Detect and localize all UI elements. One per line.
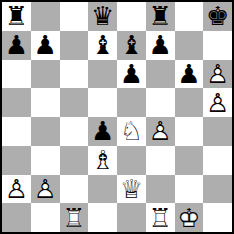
square-c6[interactable]: [60, 60, 89, 89]
square-b5[interactable]: [31, 88, 60, 117]
piece-wp-b2: ♟♙: [31, 175, 59, 203]
square-g3[interactable]: [175, 146, 204, 175]
piece-wp-h5: ♟♙: [204, 89, 232, 117]
square-c5[interactable]: [60, 88, 89, 117]
square-g4[interactable]: [175, 117, 204, 146]
square-f4[interactable]: ♟♙: [146, 117, 175, 146]
piece-wp-h6: ♟♙: [204, 60, 232, 88]
piece-bb-e7: ♝: [117, 31, 145, 59]
piece-bp-d4: ♟: [89, 117, 117, 145]
square-h4[interactable]: [203, 117, 232, 146]
square-h8[interactable]: ♚: [203, 2, 232, 31]
white-piece-outline: ♗: [89, 146, 117, 174]
square-d1[interactable]: [88, 203, 117, 232]
square-a1[interactable]: [2, 203, 31, 232]
piece-br-f8: ♜: [146, 2, 174, 30]
black-piece-glyph: ♟: [146, 31, 174, 59]
square-c7[interactable]: [60, 31, 89, 60]
white-piece-outline: ♖: [60, 204, 88, 232]
white-piece-outline: ♘: [117, 117, 145, 145]
white-piece-outline: ♖: [146, 204, 174, 232]
square-b3[interactable]: [31, 146, 60, 175]
black-piece-glyph: ♟: [2, 31, 30, 59]
square-g6[interactable]: ♟: [175, 60, 204, 89]
square-h3[interactable]: [203, 146, 232, 175]
square-a7[interactable]: ♟: [2, 31, 31, 60]
square-f6[interactable]: [146, 60, 175, 89]
square-f2[interactable]: [146, 175, 175, 204]
black-piece-glyph: ♜: [2, 2, 30, 30]
white-piece-outline: ♔: [175, 204, 203, 232]
square-f8[interactable]: ♜: [146, 2, 175, 31]
chessboard-diagram: ♜♛♜♚♟♟♝♝♟♟♟♟♙♟♙♟♞♘♟♙♝♗♟♙♟♙♛♕♜♖♜♖♚♔: [0, 0, 234, 234]
piece-br-a8: ♜: [2, 2, 30, 30]
square-g7[interactable]: [175, 31, 204, 60]
square-e3[interactable]: [117, 146, 146, 175]
square-d5[interactable]: [88, 88, 117, 117]
square-f7[interactable]: ♟: [146, 31, 175, 60]
square-f3[interactable]: [146, 146, 175, 175]
square-e1[interactable]: [117, 203, 146, 232]
piece-wr-f1: ♜♖: [146, 204, 174, 232]
square-a2[interactable]: ♟♙: [2, 175, 31, 204]
piece-wq-e2: ♛♕: [117, 175, 145, 203]
square-d7[interactable]: ♝: [88, 31, 117, 60]
white-piece-outline: ♕: [117, 175, 145, 203]
black-piece-glyph: ♛: [89, 2, 117, 30]
square-h6[interactable]: ♟♙: [203, 60, 232, 89]
piece-bp-b7: ♟: [31, 31, 59, 59]
piece-bp-g6: ♟: [175, 60, 203, 88]
square-b7[interactable]: ♟: [31, 31, 60, 60]
square-e6[interactable]: ♟: [117, 60, 146, 89]
square-f5[interactable]: [146, 88, 175, 117]
white-piece-outline: ♙: [2, 175, 30, 203]
square-h7[interactable]: [203, 31, 232, 60]
white-piece-outline: ♙: [204, 89, 232, 117]
square-d4[interactable]: ♟: [88, 117, 117, 146]
square-g8[interactable]: [175, 2, 204, 31]
piece-bp-a7: ♟: [2, 31, 30, 59]
piece-bq-d8: ♛: [89, 2, 117, 30]
square-e5[interactable]: [117, 88, 146, 117]
piece-wn-e4: ♞♘: [117, 117, 145, 145]
piece-bk-h8: ♚: [204, 2, 232, 30]
white-piece-outline: ♙: [204, 60, 232, 88]
square-h1[interactable]: [203, 203, 232, 232]
piece-wb-d3: ♝♗: [89, 146, 117, 174]
square-c1[interactable]: ♜♖: [60, 203, 89, 232]
square-c8[interactable]: [60, 2, 89, 31]
square-a6[interactable]: [2, 60, 31, 89]
square-d3[interactable]: ♝♗: [88, 146, 117, 175]
black-piece-glyph: ♟: [89, 117, 117, 145]
square-a3[interactable]: [2, 146, 31, 175]
white-piece-outline: ♙: [146, 117, 174, 145]
square-c3[interactable]: [60, 146, 89, 175]
black-piece-glyph: ♝: [117, 31, 145, 59]
square-h2[interactable]: [203, 175, 232, 204]
black-piece-glyph: ♜: [146, 2, 174, 30]
piece-wp-a2: ♟♙: [2, 175, 30, 203]
piece-bp-f7: ♟: [146, 31, 174, 59]
black-piece-glyph: ♚: [204, 2, 232, 30]
black-piece-glyph: ♟: [31, 31, 59, 59]
square-g1[interactable]: ♚♔: [175, 203, 204, 232]
square-b6[interactable]: [31, 60, 60, 89]
square-h5[interactable]: ♟♙: [203, 88, 232, 117]
piece-wk-g1: ♚♔: [175, 204, 203, 232]
piece-wp-f4: ♟♙: [146, 117, 174, 145]
square-c2[interactable]: [60, 175, 89, 204]
chess-board: ♜♛♜♚♟♟♝♝♟♟♟♟♙♟♙♟♞♘♟♙♝♗♟♙♟♙♛♕♜♖♜♖♚♔: [0, 0, 234, 234]
square-b4[interactable]: [31, 117, 60, 146]
black-piece-glyph: ♟: [117, 60, 145, 88]
square-d2[interactable]: [88, 175, 117, 204]
square-d8[interactable]: ♛: [88, 2, 117, 31]
square-g2[interactable]: [175, 175, 204, 204]
piece-bp-e6: ♟: [117, 60, 145, 88]
square-e4[interactable]: ♞♘: [117, 117, 146, 146]
square-f1[interactable]: ♜♖: [146, 203, 175, 232]
square-c4[interactable]: [60, 117, 89, 146]
square-e8[interactable]: [117, 2, 146, 31]
piece-bb-d7: ♝: [89, 31, 117, 59]
square-a5[interactable]: [2, 88, 31, 117]
black-piece-glyph: ♝: [89, 31, 117, 59]
square-e2[interactable]: ♛♕: [117, 175, 146, 204]
square-e7[interactable]: ♝: [117, 31, 146, 60]
black-piece-glyph: ♟: [175, 60, 203, 88]
square-d6[interactable]: [88, 60, 117, 89]
piece-wr-c1: ♜♖: [60, 204, 88, 232]
square-b8[interactable]: [31, 2, 60, 31]
square-g5[interactable]: [175, 88, 204, 117]
square-a4[interactable]: [2, 117, 31, 146]
white-piece-outline: ♙: [31, 175, 59, 203]
square-b1[interactable]: [31, 203, 60, 232]
square-a8[interactable]: ♜: [2, 2, 31, 31]
square-b2[interactable]: ♟♙: [31, 175, 60, 204]
